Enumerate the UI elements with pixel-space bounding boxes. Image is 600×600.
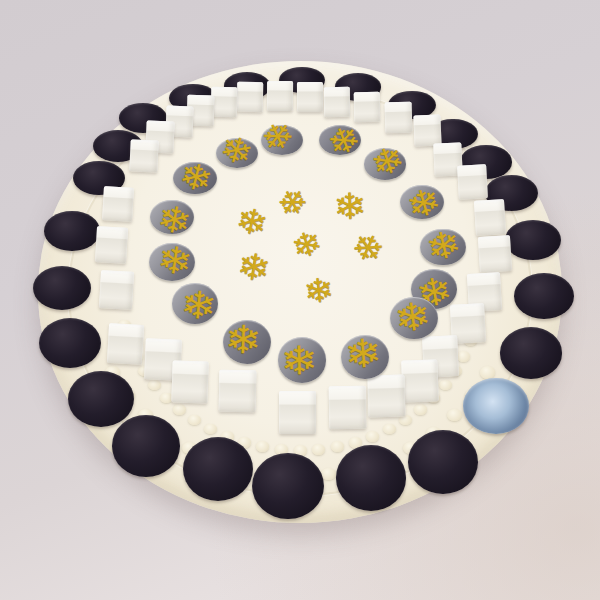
- paper-plate: [38, 61, 562, 523]
- photo-background: ❄❄❄❄❄❄❄❄❄❄❄❄❄❄❄ ❄❄❄❄❄❄❄: [0, 0, 600, 600]
